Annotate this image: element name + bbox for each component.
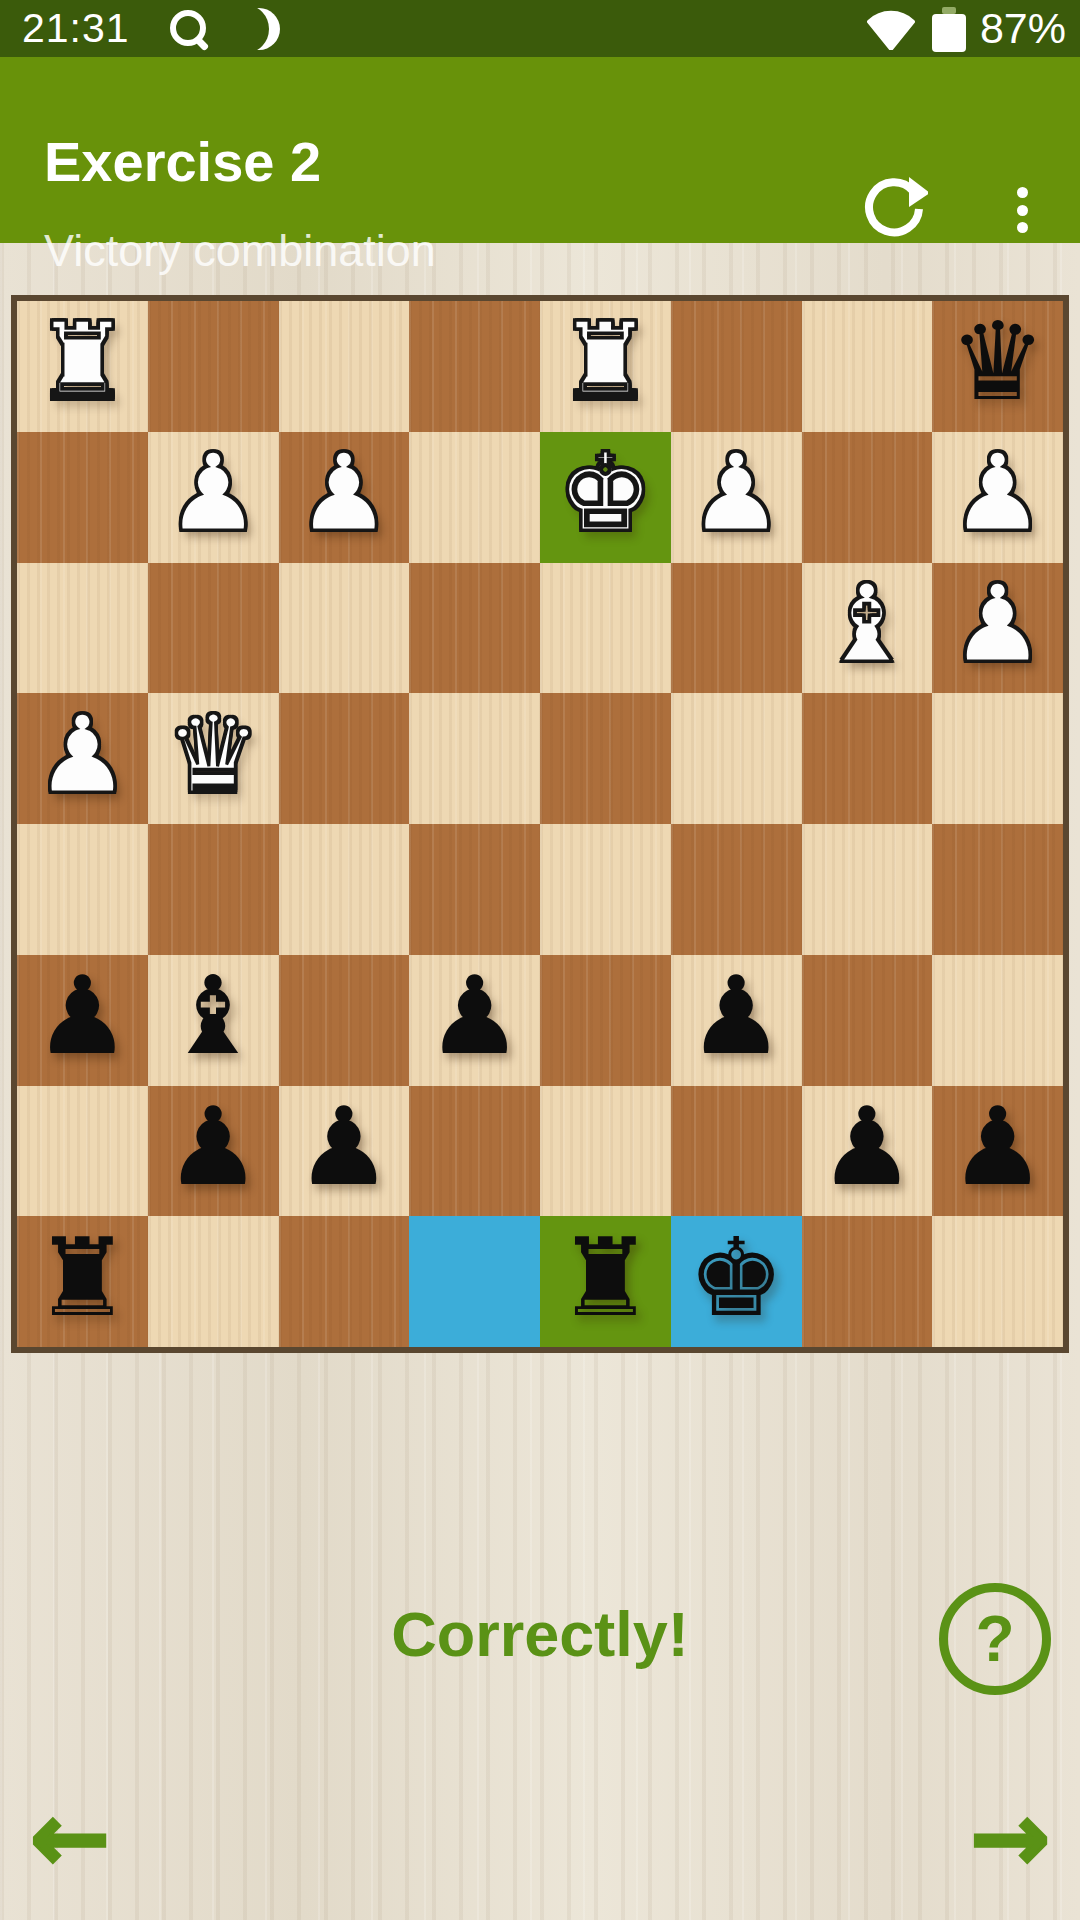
square-b4[interactable] xyxy=(148,824,279,955)
black-rook: ♜ xyxy=(557,1224,654,1332)
square-c3[interactable] xyxy=(279,955,410,1086)
square-e1[interactable]: ♜ xyxy=(540,1216,671,1347)
white-pawn: ♟ xyxy=(688,439,785,547)
arrow-right-icon: → xyxy=(970,1782,1050,1894)
square-g2[interactable]: ♟ xyxy=(802,1086,933,1217)
square-d4[interactable] xyxy=(409,824,540,955)
page-subtitle: Victory combination xyxy=(44,225,436,277)
square-h4[interactable] xyxy=(932,824,1063,955)
square-e2[interactable] xyxy=(540,1086,671,1217)
square-f3[interactable]: ♟ xyxy=(671,955,802,1086)
search-icon xyxy=(166,6,212,52)
square-b8[interactable] xyxy=(148,301,279,432)
square-d6[interactable] xyxy=(409,563,540,694)
white-rook: ♜ xyxy=(557,308,654,416)
square-a7[interactable] xyxy=(17,432,148,563)
black-king: ♚ xyxy=(688,1224,785,1332)
overflow-menu-button[interactable] xyxy=(1006,187,1038,233)
feedback-message: Correctly! xyxy=(0,1598,1080,1670)
square-g5[interactable] xyxy=(802,693,933,824)
square-h6[interactable]: ♟ xyxy=(932,563,1063,694)
square-a8[interactable]: ♜ xyxy=(17,301,148,432)
square-g6[interactable]: ♝ xyxy=(802,563,933,694)
black-pawn: ♟ xyxy=(295,1093,392,1201)
white-king: ♚ xyxy=(557,439,654,547)
previous-exercise-button[interactable]: ← xyxy=(10,1778,130,1898)
square-d1[interactable] xyxy=(409,1216,540,1347)
page-title: Exercise 2 xyxy=(44,129,321,194)
square-c5[interactable] xyxy=(279,693,410,824)
black-pawn: ♟ xyxy=(949,1093,1046,1201)
white-pawn: ♟ xyxy=(165,439,262,547)
square-f7[interactable]: ♟ xyxy=(671,432,802,563)
square-d7[interactable] xyxy=(409,432,540,563)
square-e7[interactable]: ♚ xyxy=(540,432,671,563)
square-f4[interactable] xyxy=(671,824,802,955)
black-pawn: ♟ xyxy=(34,962,131,1070)
square-b7[interactable]: ♟ xyxy=(148,432,279,563)
square-c1[interactable] xyxy=(279,1216,410,1347)
square-f6[interactable] xyxy=(671,563,802,694)
square-b3[interactable]: ♝ xyxy=(148,955,279,1086)
square-e6[interactable] xyxy=(540,563,671,694)
white-queen: ♛ xyxy=(165,701,262,809)
black-rook: ♜ xyxy=(34,1224,131,1332)
white-pawn: ♟ xyxy=(949,439,1046,547)
black-bishop: ♝ xyxy=(165,962,262,1070)
square-e4[interactable] xyxy=(540,824,671,955)
square-h2[interactable]: ♟ xyxy=(932,1086,1063,1217)
help-button[interactable]: ? xyxy=(939,1583,1051,1695)
square-h3[interactable] xyxy=(932,955,1063,1086)
square-d5[interactable] xyxy=(409,693,540,824)
square-g4[interactable] xyxy=(802,824,933,955)
moon-icon xyxy=(238,8,280,50)
square-b2[interactable]: ♟ xyxy=(148,1086,279,1217)
black-pawn: ♟ xyxy=(426,962,523,1070)
refresh-button[interactable] xyxy=(864,177,928,241)
square-c2[interactable]: ♟ xyxy=(279,1086,410,1217)
question-mark-icon: ? xyxy=(975,1602,1014,1676)
battery-icon xyxy=(932,14,966,52)
black-pawn: ♟ xyxy=(688,962,785,1070)
square-f5[interactable] xyxy=(671,693,802,824)
battery-percent: 87% xyxy=(980,4,1066,53)
square-a5[interactable]: ♟ xyxy=(17,693,148,824)
white-rook: ♜ xyxy=(34,308,131,416)
square-g3[interactable] xyxy=(802,955,933,1086)
square-d3[interactable]: ♟ xyxy=(409,955,540,1086)
square-f8[interactable] xyxy=(671,301,802,432)
square-a1[interactable]: ♜ xyxy=(17,1216,148,1347)
square-c4[interactable] xyxy=(279,824,410,955)
square-e8[interactable]: ♜ xyxy=(540,301,671,432)
square-g7[interactable] xyxy=(802,432,933,563)
next-exercise-button[interactable]: → xyxy=(950,1778,1070,1898)
square-d8[interactable] xyxy=(409,301,540,432)
clock: 21:31 xyxy=(22,5,130,52)
arrow-left-icon: ← xyxy=(30,1782,110,1894)
square-h7[interactable]: ♟ xyxy=(932,432,1063,563)
square-e3[interactable] xyxy=(540,955,671,1086)
square-a4[interactable] xyxy=(17,824,148,955)
black-queen: ♛ xyxy=(949,308,1046,416)
square-c7[interactable]: ♟ xyxy=(279,432,410,563)
black-pawn: ♟ xyxy=(165,1093,262,1201)
square-h8[interactable]: ♛ xyxy=(932,301,1063,432)
square-g8[interactable] xyxy=(802,301,933,432)
square-f2[interactable] xyxy=(671,1086,802,1217)
black-pawn: ♟ xyxy=(818,1093,915,1201)
square-h5[interactable] xyxy=(932,693,1063,824)
chess-board: ♜♜♛♟♟♚♟♟♝♟♟♛♟♝♟♟♟♟♟♟♜♜♚ xyxy=(11,295,1069,1353)
white-pawn: ♟ xyxy=(295,439,392,547)
square-a2[interactable] xyxy=(17,1086,148,1217)
square-e5[interactable] xyxy=(540,693,671,824)
square-h1[interactable] xyxy=(932,1216,1063,1347)
square-b1[interactable] xyxy=(148,1216,279,1347)
square-d2[interactable] xyxy=(409,1086,540,1217)
square-c8[interactable] xyxy=(279,301,410,432)
square-a3[interactable]: ♟ xyxy=(17,955,148,1086)
square-f1[interactable]: ♚ xyxy=(671,1216,802,1347)
square-c6[interactable] xyxy=(279,563,410,694)
status-bar: 21:31 87% xyxy=(0,0,1080,57)
square-b6[interactable] xyxy=(148,563,279,694)
white-pawn: ♟ xyxy=(949,570,1046,678)
wifi-icon xyxy=(866,8,916,50)
app-bar: Exercise 2 Victory combination xyxy=(0,57,1080,243)
white-bishop: ♝ xyxy=(818,570,915,678)
white-pawn: ♟ xyxy=(34,701,131,809)
square-g1[interactable] xyxy=(802,1216,933,1347)
square-b5[interactable]: ♛ xyxy=(148,693,279,824)
square-a6[interactable] xyxy=(17,563,148,694)
